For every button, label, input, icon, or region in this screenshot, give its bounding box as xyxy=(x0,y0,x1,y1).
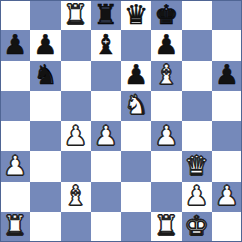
square-a8[interactable] xyxy=(0,0,30,30)
square-a2[interactable] xyxy=(0,182,30,212)
square-d6[interactable] xyxy=(91,61,121,91)
square-f4[interactable]: ♟ xyxy=(151,121,181,151)
square-f5[interactable] xyxy=(151,91,181,121)
square-c7[interactable] xyxy=(61,30,91,60)
square-e5[interactable]: ♞ xyxy=(121,91,151,121)
square-d1[interactable] xyxy=(91,212,121,242)
square-b1[interactable] xyxy=(30,212,60,242)
black-pawn-icon: ♟ xyxy=(124,61,148,88)
square-g5[interactable] xyxy=(182,91,212,121)
square-d4[interactable]: ♟ xyxy=(91,121,121,151)
square-h6[interactable]: ♟ xyxy=(212,61,242,91)
white-bishop-icon: ♝ xyxy=(64,182,88,209)
white-queen-icon: ♛ xyxy=(185,152,209,179)
square-b2[interactable] xyxy=(30,182,60,212)
square-a6[interactable] xyxy=(0,61,30,91)
black-rook-icon: ♜ xyxy=(94,1,118,28)
square-g8[interactable] xyxy=(182,0,212,30)
square-e8[interactable]: ♛ xyxy=(121,0,151,30)
white-rook-icon: ♜ xyxy=(154,212,178,239)
square-h1[interactable] xyxy=(212,212,242,242)
square-h7[interactable] xyxy=(212,30,242,60)
square-b4[interactable] xyxy=(30,121,60,151)
square-b5[interactable] xyxy=(30,91,60,121)
black-pawn-icon: ♟ xyxy=(215,61,239,88)
white-pawn-icon: ♟ xyxy=(215,182,239,209)
white-pawn-icon: ♟ xyxy=(94,122,118,149)
black-pawn-icon: ♟ xyxy=(33,31,57,58)
white-king-icon: ♚ xyxy=(185,212,209,239)
square-d7[interactable]: ♝ xyxy=(91,30,121,60)
white-knight-icon: ♞ xyxy=(124,91,148,118)
square-e3[interactable] xyxy=(121,151,151,181)
white-pawn-icon: ♟ xyxy=(154,122,178,149)
black-pawn-icon: ♟ xyxy=(3,31,27,58)
chess-board: ♜♜♛♚♟♟♝♟♞♟♝♟♞♟♟♟♟♛♝♟♟♜♜♚ xyxy=(0,0,242,242)
square-h4[interactable] xyxy=(212,121,242,151)
black-king-icon: ♚ xyxy=(154,1,178,28)
square-b3[interactable] xyxy=(30,151,60,181)
square-c8[interactable]: ♜ xyxy=(61,0,91,30)
black-bishop-icon: ♝ xyxy=(94,31,118,58)
black-knight-icon: ♞ xyxy=(33,61,57,88)
square-f6[interactable]: ♝ xyxy=(151,61,181,91)
white-pawn-icon: ♟ xyxy=(3,152,27,179)
square-c4[interactable]: ♟ xyxy=(61,121,91,151)
square-g2[interactable]: ♟ xyxy=(182,182,212,212)
white-pawn-icon: ♟ xyxy=(185,182,209,209)
square-b7[interactable]: ♟ xyxy=(30,30,60,60)
square-g6[interactable] xyxy=(182,61,212,91)
square-e6[interactable]: ♟ xyxy=(121,61,151,91)
square-g4[interactable] xyxy=(182,121,212,151)
square-h3[interactable] xyxy=(212,151,242,181)
square-c6[interactable] xyxy=(61,61,91,91)
white-pawn-icon: ♟ xyxy=(64,122,88,149)
square-b8[interactable] xyxy=(30,0,60,30)
square-f3[interactable] xyxy=(151,151,181,181)
square-b6[interactable]: ♞ xyxy=(30,61,60,91)
white-rook-icon: ♜ xyxy=(64,1,88,28)
black-queen-icon: ♛ xyxy=(124,1,148,28)
square-h5[interactable] xyxy=(212,91,242,121)
square-e4[interactable] xyxy=(121,121,151,151)
white-bishop-icon: ♝ xyxy=(154,61,178,88)
square-a5[interactable] xyxy=(0,91,30,121)
square-e7[interactable] xyxy=(121,30,151,60)
square-d8[interactable]: ♜ xyxy=(91,0,121,30)
square-d2[interactable] xyxy=(91,182,121,212)
square-c1[interactable] xyxy=(61,212,91,242)
square-c2[interactable]: ♝ xyxy=(61,182,91,212)
square-f1[interactable]: ♜ xyxy=(151,212,181,242)
black-pawn-icon: ♟ xyxy=(154,31,178,58)
square-g3[interactable]: ♛ xyxy=(182,151,212,181)
square-e1[interactable] xyxy=(121,212,151,242)
square-a3[interactable]: ♟ xyxy=(0,151,30,181)
square-f2[interactable] xyxy=(151,182,181,212)
square-c3[interactable] xyxy=(61,151,91,181)
square-a7[interactable]: ♟ xyxy=(0,30,30,60)
square-a1[interactable]: ♜ xyxy=(0,212,30,242)
white-rook-icon: ♜ xyxy=(3,212,27,239)
square-c5[interactable] xyxy=(61,91,91,121)
square-a4[interactable] xyxy=(0,121,30,151)
square-g1[interactable]: ♚ xyxy=(182,212,212,242)
square-h2[interactable]: ♟ xyxy=(212,182,242,212)
square-d3[interactable] xyxy=(91,151,121,181)
square-e2[interactable] xyxy=(121,182,151,212)
square-h8[interactable] xyxy=(212,0,242,30)
square-d5[interactable] xyxy=(91,91,121,121)
square-f7[interactable]: ♟ xyxy=(151,30,181,60)
square-f8[interactable]: ♚ xyxy=(151,0,181,30)
square-g7[interactable] xyxy=(182,30,212,60)
